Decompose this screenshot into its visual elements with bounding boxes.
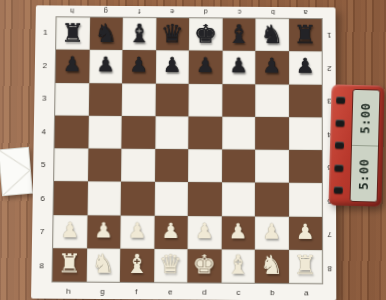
rank-label-left-1: 1 xyxy=(35,16,55,49)
square-d7[interactable]: ♟ xyxy=(188,216,222,250)
piece-wp-h7[interactable]: ♟ xyxy=(60,220,79,241)
square-d1[interactable]: ♚ xyxy=(189,18,222,51)
square-b6[interactable] xyxy=(255,183,289,216)
file-label-top-c: c xyxy=(223,7,256,18)
square-c4[interactable] xyxy=(222,116,256,149)
piece-br-a1[interactable]: ♜ xyxy=(294,21,317,47)
piece-wp-f7[interactable]: ♟ xyxy=(128,220,147,241)
square-a8[interactable]: ♜ xyxy=(288,250,322,284)
square-f5[interactable] xyxy=(121,149,155,182)
square-g5[interactable] xyxy=(87,148,121,181)
file-label-bottom-e: e xyxy=(153,283,187,299)
square-d3[interactable] xyxy=(188,83,222,116)
clock-button-2[interactable] xyxy=(336,119,345,126)
chess-board: ♜♞♝♛♚♝♞♜♟♟♟♟♟♟♟♟♟♟♟♟♟♟♟♟♜♞♝♛♚♝♞♜ xyxy=(51,16,323,284)
piece-bp-b2[interactable]: ♟ xyxy=(263,56,282,77)
file-label-top-g: g xyxy=(89,6,123,17)
piece-bp-h2[interactable]: ♟ xyxy=(63,55,82,76)
square-h6[interactable] xyxy=(53,181,87,214)
square-f3[interactable] xyxy=(122,83,156,116)
square-b8[interactable]: ♞ xyxy=(255,249,289,283)
square-e2[interactable]: ♟ xyxy=(155,50,189,83)
square-g6[interactable] xyxy=(87,182,121,215)
table-surface: hgfedcba 12345678 ♜♞♝♛♚♝♞♜♟♟♟♟♟♟♟♟♟♟♟♟♟♟… xyxy=(0,0,386,300)
square-d8[interactable]: ♚ xyxy=(187,249,221,283)
rank-label-left-4: 4 xyxy=(34,115,54,148)
clock-display-top: 5:00 xyxy=(352,90,379,147)
file-label-top-b: b xyxy=(256,7,289,18)
square-a7[interactable]: ♟ xyxy=(288,216,322,250)
square-g3[interactable] xyxy=(88,83,122,116)
piece-bn-b1[interactable]: ♞ xyxy=(260,21,283,47)
square-h3[interactable] xyxy=(55,82,89,115)
file-label-top-h: h xyxy=(56,5,90,16)
square-h2[interactable]: ♟ xyxy=(56,50,90,83)
file-label-bottom-f: f xyxy=(119,283,153,299)
piece-wr-a8[interactable]: ♜ xyxy=(294,252,317,278)
square-c8[interactable]: ♝ xyxy=(221,249,255,283)
square-d4[interactable] xyxy=(188,116,222,149)
rank-label-right-8: 8 xyxy=(323,251,336,285)
square-a4[interactable] xyxy=(289,117,322,150)
file-label-top-d: d xyxy=(189,6,222,17)
rank-label-left-6: 6 xyxy=(32,181,53,215)
square-e6[interactable] xyxy=(154,182,188,215)
square-d5[interactable] xyxy=(188,149,222,182)
square-f1[interactable]: ♝ xyxy=(122,18,156,51)
piece-wp-c7[interactable]: ♟ xyxy=(229,221,248,242)
rank-label-right-7: 7 xyxy=(323,217,336,251)
piece-bb-f1[interactable]: ♝ xyxy=(128,20,151,46)
file-label-top-e: e xyxy=(156,6,189,17)
square-b2[interactable]: ♟ xyxy=(255,51,288,84)
piece-wb-c8[interactable]: ♝ xyxy=(226,252,250,278)
piece-bp-d2[interactable]: ♟ xyxy=(196,56,215,77)
square-c3[interactable] xyxy=(222,84,255,117)
file-label-bottom-c: c xyxy=(221,284,255,300)
square-f7[interactable]: ♟ xyxy=(120,215,154,249)
rank-label-left-5: 5 xyxy=(33,148,54,181)
chess-board-mat: hgfedcba 12345678 ♜♞♝♛♚♝♞♜♟♟♟♟♟♟♟♟♟♟♟♟♟♟… xyxy=(31,5,336,300)
piece-bq-e1[interactable]: ♛ xyxy=(161,21,184,47)
file-label-bottom-a: a xyxy=(289,284,323,300)
clock-display-bottom: 5:00 xyxy=(351,146,378,202)
file-labels-bottom: hgfedcba xyxy=(51,282,323,300)
piece-wp-d7[interactable]: ♟ xyxy=(195,221,214,242)
square-b3[interactable] xyxy=(255,84,288,117)
piece-bp-g2[interactable]: ♟ xyxy=(96,55,115,76)
clock-button-5[interactable] xyxy=(334,186,343,193)
piece-wk-d8[interactable]: ♚ xyxy=(192,252,216,278)
piece-wn-b8[interactable]: ♞ xyxy=(260,252,283,278)
piece-wb-f8[interactable]: ♝ xyxy=(125,251,149,277)
square-d2[interactable]: ♟ xyxy=(189,51,222,84)
square-f4[interactable] xyxy=(121,116,155,149)
square-g2[interactable]: ♟ xyxy=(89,50,123,83)
square-e5[interactable] xyxy=(154,149,188,182)
square-e7[interactable]: ♟ xyxy=(154,215,188,249)
square-b4[interactable] xyxy=(255,117,288,150)
square-g1[interactable]: ♞ xyxy=(89,17,123,50)
rank-label-left-2: 2 xyxy=(35,49,55,82)
file-label-bottom-g: g xyxy=(85,283,119,299)
clock-buttons xyxy=(334,96,347,193)
clock-button-1[interactable] xyxy=(336,96,345,103)
piece-bp-e2[interactable]: ♟ xyxy=(163,56,182,77)
file-label-bottom-d: d xyxy=(187,283,221,299)
envelope-graphic xyxy=(0,147,33,197)
clock-lcd: 5:00 5:00 xyxy=(350,89,381,203)
piece-wp-g7[interactable]: ♟ xyxy=(94,220,113,241)
piece-wq-e8[interactable]: ♛ xyxy=(159,251,183,277)
square-b5[interactable] xyxy=(255,150,289,183)
piece-bp-c2[interactable]: ♟ xyxy=(229,56,248,77)
piece-wr-h8[interactable]: ♜ xyxy=(58,251,82,277)
square-a5[interactable] xyxy=(289,150,323,183)
clock-time-bottom: 5:00 xyxy=(357,158,372,189)
file-label-bottom-h: h xyxy=(51,282,85,298)
piece-wp-b7[interactable]: ♟ xyxy=(262,221,281,242)
square-c1[interactable]: ♝ xyxy=(222,18,255,51)
file-label-bottom-b: b xyxy=(255,284,289,300)
square-e3[interactable] xyxy=(155,83,189,116)
square-c6[interactable] xyxy=(221,183,255,216)
piece-wn-g8[interactable]: ♞ xyxy=(91,251,115,277)
square-a3[interactable] xyxy=(289,84,322,117)
square-f6[interactable] xyxy=(121,182,155,215)
rank-label-left-3: 3 xyxy=(34,82,54,115)
square-f2[interactable]: ♟ xyxy=(122,50,156,83)
rank-label-left-7: 7 xyxy=(32,215,53,249)
piece-bp-f2[interactable]: ♟ xyxy=(129,55,148,76)
envelope xyxy=(0,147,33,197)
square-b1[interactable]: ♞ xyxy=(255,19,288,52)
rank-label-left-8: 8 xyxy=(31,249,52,283)
piece-bp-a2[interactable]: ♟ xyxy=(296,56,315,77)
square-a1[interactable]: ♜ xyxy=(289,19,322,52)
square-h4[interactable] xyxy=(54,115,88,148)
clock-button-4[interactable] xyxy=(334,164,343,171)
piece-bb-c1[interactable]: ♝ xyxy=(227,21,250,47)
square-e1[interactable]: ♛ xyxy=(156,18,189,51)
square-g8[interactable]: ♞ xyxy=(86,248,120,282)
square-b7[interactable]: ♟ xyxy=(255,216,289,250)
square-h7[interactable]: ♟ xyxy=(53,215,87,249)
square-h1[interactable]: ♜ xyxy=(56,17,90,50)
square-e8[interactable]: ♛ xyxy=(154,249,188,283)
clock-time-top: 5:00 xyxy=(358,102,373,133)
clock-button-3[interactable] xyxy=(335,141,344,148)
square-h8[interactable]: ♜ xyxy=(52,248,86,282)
square-c2[interactable]: ♟ xyxy=(222,51,255,84)
piece-wp-a7[interactable]: ♟ xyxy=(296,221,315,242)
file-label-top-a: a xyxy=(289,7,322,18)
piece-bk-d1[interactable]: ♚ xyxy=(194,21,217,47)
rank-label-right-1: 1 xyxy=(323,18,336,51)
square-h5[interactable] xyxy=(54,148,88,181)
square-d6[interactable] xyxy=(188,182,222,215)
file-label-top-f: f xyxy=(122,6,155,17)
square-e4[interactable] xyxy=(155,116,189,149)
piece-bn-g1[interactable]: ♞ xyxy=(94,20,117,46)
square-c7[interactable]: ♟ xyxy=(221,216,255,250)
square-g4[interactable] xyxy=(88,116,122,149)
square-f8[interactable]: ♝ xyxy=(120,248,154,282)
square-a6[interactable] xyxy=(288,183,322,216)
chess-clock: 5:00 5:00 xyxy=(328,84,384,206)
piece-br-h1[interactable]: ♜ xyxy=(61,20,84,46)
square-g7[interactable]: ♟ xyxy=(87,215,121,249)
rank-label-right-2: 2 xyxy=(323,51,336,84)
piece-wp-e7[interactable]: ♟ xyxy=(161,220,180,241)
square-c5[interactable] xyxy=(221,149,255,182)
square-a2[interactable]: ♟ xyxy=(289,51,322,84)
